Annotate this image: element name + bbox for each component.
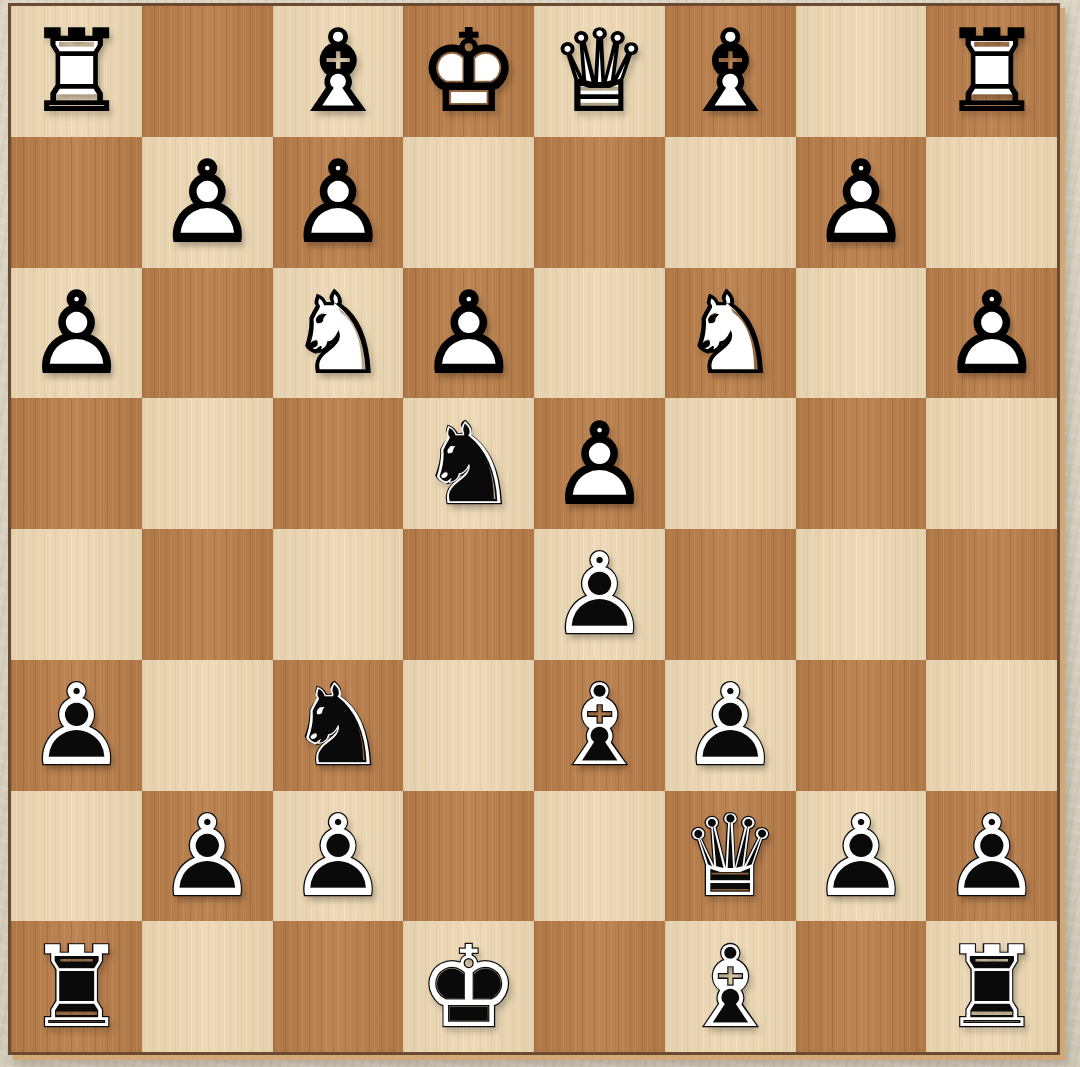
piece-outline-glyph: ♙ [11,660,142,791]
square-f4[interactable] [273,398,404,529]
piece-fill-glyph: ♟ [11,268,142,399]
black-knight[interactable]: ♞♘ [273,660,404,791]
square-a3[interactable]: ♟♙ [926,268,1057,399]
piece-fill-glyph: ♚ [403,921,534,1052]
white-pawn[interactable]: ♟♙ [796,137,927,268]
piece-fill-glyph: ♝ [665,921,796,1052]
black-pawn[interactable]: ♟♙ [665,660,796,791]
square-e3[interactable]: ♟♙ [403,268,534,399]
piece-fill-glyph: ♟ [273,791,404,922]
piece-outline-glyph: ♗ [273,6,404,137]
black-pawn[interactable]: ♟♙ [11,660,142,791]
square-b3[interactable] [796,268,927,399]
square-d8[interactable] [534,921,665,1052]
piece-outline-glyph: ♘ [665,268,796,399]
board-frame: ♜♖♝♗♚♔♛♕♝♗♜♖♟♙♟♙♟♙♟♙♞♘♟♙♞♘♟♙♞♘♟♙♟♙♟♙♞♘♝♗… [8,3,1060,1055]
square-c2[interactable] [665,137,796,268]
white-pawn[interactable]: ♟♙ [11,268,142,399]
square-h7[interactable] [11,791,142,922]
square-e4[interactable]: ♞♘ [403,398,534,529]
piece-outline-glyph: ♙ [534,398,665,529]
square-e6[interactable] [403,660,534,791]
square-g2[interactable]: ♟♙ [142,137,273,268]
square-g4[interactable] [142,398,273,529]
piece-outline-glyph: ♕ [665,791,796,922]
square-a6[interactable] [926,660,1057,791]
piece-outline-glyph: ♙ [142,137,273,268]
piece-outline-glyph: ♙ [142,791,273,922]
black-pawn[interactable]: ♟♙ [142,791,273,922]
piece-outline-glyph: ♙ [926,268,1057,399]
chess-board: ♜♖♝♗♚♔♛♕♝♗♜♖♟♙♟♙♟♙♟♙♞♘♟♙♞♘♟♙♞♘♟♙♟♙♟♙♞♘♝♗… [11,6,1057,1052]
black-bishop[interactable]: ♝♗ [665,921,796,1052]
piece-fill-glyph: ♟ [142,791,273,922]
square-h5[interactable] [11,529,142,660]
white-pawn[interactable]: ♟♙ [273,137,404,268]
square-d3[interactable] [534,268,665,399]
square-b2[interactable]: ♟♙ [796,137,927,268]
black-knight[interactable]: ♞♘ [403,398,534,529]
square-g6[interactable] [142,660,273,791]
piece-fill-glyph: ♟ [926,268,1057,399]
piece-outline-glyph: ♙ [534,529,665,660]
piece-fill-glyph: ♟ [665,660,796,791]
piece-fill-glyph: ♟ [142,137,273,268]
square-c6[interactable]: ♟♙ [665,660,796,791]
piece-fill-glyph: ♟ [534,398,665,529]
piece-fill-glyph: ♛ [665,791,796,922]
page-background: ♜♖♝♗♚♔♛♕♝♗♜♖♟♙♟♙♟♙♟♙♞♘♟♙♞♘♟♙♞♘♟♙♟♙♟♙♞♘♝♗… [0,0,1080,1067]
square-c5[interactable] [665,529,796,660]
piece-fill-glyph: ♟ [273,137,404,268]
square-e1[interactable]: ♚♔ [403,6,534,137]
square-h8[interactable]: ♜♖ [11,921,142,1052]
piece-outline-glyph: ♗ [665,921,796,1052]
square-a7[interactable]: ♟♙ [926,791,1057,922]
square-f5[interactable] [273,529,404,660]
piece-outline-glyph: ♗ [534,660,665,791]
white-pawn[interactable]: ♟♙ [534,398,665,529]
black-rook[interactable]: ♜♖ [11,921,142,1052]
white-pawn[interactable]: ♟♙ [403,268,534,399]
piece-outline-glyph: ♙ [796,137,927,268]
square-f3[interactable]: ♞♘ [273,268,404,399]
piece-fill-glyph: ♟ [11,660,142,791]
piece-fill-glyph: ♚ [403,6,534,137]
piece-outline-glyph: ♙ [926,791,1057,922]
white-rook[interactable]: ♜♖ [926,6,1057,137]
piece-fill-glyph: ♞ [665,268,796,399]
square-b6[interactable] [796,660,927,791]
piece-outline-glyph: ♘ [403,398,534,529]
square-h3[interactable]: ♟♙ [11,268,142,399]
piece-outline-glyph: ♖ [11,921,142,1052]
square-e5[interactable] [403,529,534,660]
square-e8[interactable]: ♚♔ [403,921,534,1052]
square-c7[interactable]: ♛♕ [665,791,796,922]
piece-fill-glyph: ♟ [796,137,927,268]
piece-outline-glyph: ♙ [273,137,404,268]
piece-fill-glyph: ♞ [273,660,404,791]
piece-fill-glyph: ♜ [11,6,142,137]
piece-fill-glyph: ♝ [665,6,796,137]
piece-outline-glyph: ♙ [11,268,142,399]
square-d7[interactable] [534,791,665,922]
square-a8[interactable]: ♜♖ [926,921,1057,1052]
square-d5[interactable]: ♟♙ [534,529,665,660]
black-bishop[interactable]: ♝♗ [534,660,665,791]
white-knight[interactable]: ♞♘ [273,268,404,399]
piece-fill-glyph: ♜ [926,921,1057,1052]
white-pawn[interactable]: ♟♙ [142,137,273,268]
square-d2[interactable] [534,137,665,268]
square-c8[interactable]: ♝♗ [665,921,796,1052]
square-f2[interactable]: ♟♙ [273,137,404,268]
piece-fill-glyph: ♜ [926,6,1057,137]
piece-outline-glyph: ♔ [403,6,534,137]
square-d4[interactable]: ♟♙ [534,398,665,529]
square-h4[interactable] [11,398,142,529]
piece-fill-glyph: ♝ [534,660,665,791]
square-g3[interactable] [142,268,273,399]
piece-fill-glyph: ♟ [796,791,927,922]
square-e7[interactable] [403,791,534,922]
piece-outline-glyph: ♗ [665,6,796,137]
square-f1[interactable]: ♝♗ [273,6,404,137]
black-pawn[interactable]: ♟♙ [273,791,404,922]
square-g8[interactable] [142,921,273,1052]
square-f6[interactable]: ♞♘ [273,660,404,791]
piece-outline-glyph: ♖ [926,6,1057,137]
black-pawn[interactable]: ♟♙ [926,791,1057,922]
white-bishop[interactable]: ♝♗ [273,6,404,137]
square-g1[interactable] [142,6,273,137]
square-h1[interactable]: ♜♖ [11,6,142,137]
white-queen[interactable]: ♛♕ [534,6,665,137]
square-b7[interactable]: ♟♙ [796,791,927,922]
square-d1[interactable]: ♛♕ [534,6,665,137]
piece-outline-glyph: ♖ [11,6,142,137]
piece-outline-glyph: ♘ [273,268,404,399]
piece-outline-glyph: ♙ [403,268,534,399]
square-b1[interactable] [796,6,927,137]
piece-fill-glyph: ♟ [403,268,534,399]
black-pawn[interactable]: ♟♙ [534,529,665,660]
piece-fill-glyph: ♟ [926,791,1057,922]
piece-fill-glyph: ♛ [534,6,665,137]
piece-fill-glyph: ♝ [273,6,404,137]
square-c3[interactable]: ♞♘ [665,268,796,399]
square-c1[interactable]: ♝♗ [665,6,796,137]
square-e2[interactable] [403,137,534,268]
square-f7[interactable]: ♟♙ [273,791,404,922]
white-rook[interactable]: ♜♖ [11,6,142,137]
piece-fill-glyph: ♞ [403,398,534,529]
square-f8[interactable] [273,921,404,1052]
piece-outline-glyph: ♙ [796,791,927,922]
square-h2[interactable] [11,137,142,268]
square-h6[interactable]: ♟♙ [11,660,142,791]
black-rook[interactable]: ♜♖ [926,921,1057,1052]
piece-outline-glyph: ♙ [273,791,404,922]
square-g5[interactable] [142,529,273,660]
black-pawn[interactable]: ♟♙ [796,791,927,922]
piece-fill-glyph: ♟ [534,529,665,660]
black-queen[interactable]: ♛♕ [665,791,796,922]
piece-outline-glyph: ♖ [926,921,1057,1052]
square-g7[interactable]: ♟♙ [142,791,273,922]
piece-outline-glyph: ♕ [534,6,665,137]
piece-outline-glyph: ♔ [403,921,534,1052]
square-a5[interactable] [926,529,1057,660]
square-b8[interactable] [796,921,927,1052]
square-d6[interactable]: ♝♗ [534,660,665,791]
piece-fill-glyph: ♜ [11,921,142,1052]
square-c4[interactable] [665,398,796,529]
white-king[interactable]: ♚♔ [403,6,534,137]
white-bishop[interactable]: ♝♗ [665,6,796,137]
piece-outline-glyph: ♙ [665,660,796,791]
square-a1[interactable]: ♜♖ [926,6,1057,137]
square-b4[interactable] [796,398,927,529]
piece-fill-glyph: ♞ [273,268,404,399]
square-b5[interactable] [796,529,927,660]
white-knight[interactable]: ♞♘ [665,268,796,399]
black-king[interactable]: ♚♔ [403,921,534,1052]
square-a2[interactable] [926,137,1057,268]
piece-outline-glyph: ♘ [273,660,404,791]
white-pawn[interactable]: ♟♙ [926,268,1057,399]
square-a4[interactable] [926,398,1057,529]
